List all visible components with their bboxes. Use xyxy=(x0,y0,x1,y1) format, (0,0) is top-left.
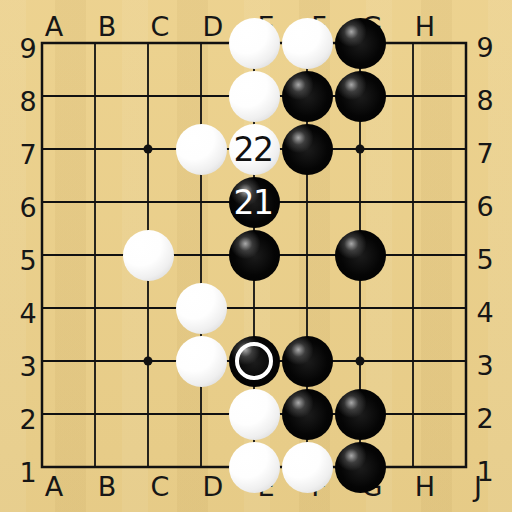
point-J4[interactable] xyxy=(440,282,493,335)
point-A2[interactable] xyxy=(16,388,69,441)
point-G6[interactable] xyxy=(334,176,387,229)
point-G3[interactable] xyxy=(334,335,387,388)
point-G7[interactable] xyxy=(334,123,387,176)
point-A9[interactable] xyxy=(16,17,69,70)
point-J5[interactable] xyxy=(440,229,493,282)
point-E6[interactable]: 21 xyxy=(228,176,281,229)
point-D1[interactable] xyxy=(175,441,228,494)
point-E1[interactable] xyxy=(228,441,281,494)
stone-white-D7[interactable] xyxy=(176,124,227,175)
point-D8[interactable] xyxy=(175,70,228,123)
point-F7[interactable] xyxy=(281,123,334,176)
point-E7[interactable]: 22 xyxy=(228,123,281,176)
point-F9[interactable] xyxy=(281,17,334,70)
point-F1[interactable] xyxy=(281,441,334,494)
point-G1[interactable] xyxy=(334,441,387,494)
point-E8[interactable] xyxy=(228,70,281,123)
stone-black-F2[interactable] xyxy=(282,389,333,440)
point-J6[interactable] xyxy=(440,176,493,229)
stone-white-D3[interactable] xyxy=(176,336,227,387)
stone-white-E1[interactable] xyxy=(229,442,280,493)
stone-white-F9[interactable] xyxy=(282,18,333,69)
point-E2[interactable] xyxy=(228,388,281,441)
point-H5[interactable] xyxy=(387,229,440,282)
point-G2[interactable] xyxy=(334,388,387,441)
point-H2[interactable] xyxy=(387,388,440,441)
stone-white-F1[interactable] xyxy=(282,442,333,493)
point-C6[interactable] xyxy=(122,176,175,229)
stone-black-G1[interactable] xyxy=(335,442,386,493)
move-number-label: 21 xyxy=(234,186,273,219)
point-J7[interactable] xyxy=(440,123,493,176)
point-J1[interactable] xyxy=(440,441,493,494)
point-H3[interactable] xyxy=(387,335,440,388)
point-E9[interactable] xyxy=(228,17,281,70)
point-D4[interactable] xyxy=(175,282,228,335)
point-E5[interactable] xyxy=(228,229,281,282)
stone-black-F8[interactable] xyxy=(282,71,333,122)
stone-black-E5[interactable] xyxy=(229,230,280,281)
point-F4[interactable] xyxy=(281,282,334,335)
point-C1[interactable] xyxy=(122,441,175,494)
point-H9[interactable] xyxy=(387,17,440,70)
point-J9[interactable] xyxy=(440,17,493,70)
point-D5[interactable] xyxy=(175,229,228,282)
point-F6[interactable] xyxy=(281,176,334,229)
stone-white-E2[interactable] xyxy=(229,389,280,440)
point-H1[interactable] xyxy=(387,441,440,494)
point-C9[interactable] xyxy=(122,17,175,70)
point-C3[interactable] xyxy=(122,335,175,388)
point-A5[interactable] xyxy=(16,229,69,282)
stone-black-E3[interactable] xyxy=(229,336,280,387)
board-intersections[interactable]: 2221 xyxy=(16,17,493,494)
point-B8[interactable] xyxy=(69,70,122,123)
point-B1[interactable] xyxy=(69,441,122,494)
point-D3[interactable] xyxy=(175,335,228,388)
point-J8[interactable] xyxy=(440,70,493,123)
point-C2[interactable] xyxy=(122,388,175,441)
point-B7[interactable] xyxy=(69,123,122,176)
point-B2[interactable] xyxy=(69,388,122,441)
point-B3[interactable] xyxy=(69,335,122,388)
stone-white-D4[interactable] xyxy=(176,283,227,334)
point-E3[interactable] xyxy=(228,335,281,388)
point-B6[interactable] xyxy=(69,176,122,229)
stone-black-E6[interactable]: 21 xyxy=(229,177,280,228)
point-D6[interactable] xyxy=(175,176,228,229)
point-J3[interactable] xyxy=(440,335,493,388)
stone-white-E9[interactable] xyxy=(229,18,280,69)
stone-white-E8[interactable] xyxy=(229,71,280,122)
stone-black-G2[interactable] xyxy=(335,389,386,440)
point-A3[interactable] xyxy=(16,335,69,388)
point-A6[interactable] xyxy=(16,176,69,229)
point-A8[interactable] xyxy=(16,70,69,123)
point-H8[interactable] xyxy=(387,70,440,123)
point-G9[interactable] xyxy=(334,17,387,70)
move-number-label: 22 xyxy=(234,133,273,166)
stone-black-G8[interactable] xyxy=(335,71,386,122)
point-A4[interactable] xyxy=(16,282,69,335)
stone-black-G9[interactable] xyxy=(335,18,386,69)
point-C8[interactable] xyxy=(122,70,175,123)
point-G4[interactable] xyxy=(334,282,387,335)
point-H6[interactable] xyxy=(387,176,440,229)
point-B4[interactable] xyxy=(69,282,122,335)
point-E4[interactable] xyxy=(228,282,281,335)
circle-marker xyxy=(235,342,273,380)
point-F5[interactable] xyxy=(281,229,334,282)
point-H7[interactable] xyxy=(387,123,440,176)
point-F3[interactable] xyxy=(281,335,334,388)
stone-white-E7[interactable]: 22 xyxy=(229,124,280,175)
point-B9[interactable] xyxy=(69,17,122,70)
stone-black-G5[interactable] xyxy=(335,230,386,281)
point-F8[interactable] xyxy=(281,70,334,123)
point-C5[interactable] xyxy=(122,229,175,282)
point-G5[interactable] xyxy=(334,229,387,282)
stone-black-F3[interactable] xyxy=(282,336,333,387)
point-H4[interactable] xyxy=(387,282,440,335)
point-G8[interactable] xyxy=(334,70,387,123)
point-B5[interactable] xyxy=(69,229,122,282)
stone-black-F7[interactable] xyxy=(282,124,333,175)
point-F2[interactable] xyxy=(281,388,334,441)
stone-white-C5[interactable] xyxy=(123,230,174,281)
go-board: ABCDEFGHABCDEFGHJ987654321987654321 2221 xyxy=(0,0,512,512)
point-C4[interactable] xyxy=(122,282,175,335)
point-D7[interactable] xyxy=(175,123,228,176)
point-A1[interactable] xyxy=(16,441,69,494)
point-D2[interactable] xyxy=(175,388,228,441)
point-C7[interactable] xyxy=(122,123,175,176)
point-J2[interactable] xyxy=(440,388,493,441)
point-D9[interactable] xyxy=(175,17,228,70)
point-A7[interactable] xyxy=(16,123,69,176)
